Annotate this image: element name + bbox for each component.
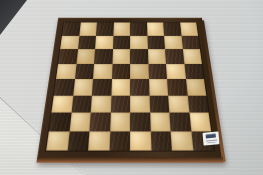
photo-scene — [0, 0, 263, 175]
square-c7 — [95, 35, 113, 49]
square-g6 — [164, 49, 183, 63]
chessboard — [37, 17, 223, 158]
square-e8 — [130, 22, 147, 35]
square-h6 — [182, 49, 201, 63]
square-c5 — [93, 63, 112, 78]
square-h3 — [187, 95, 208, 112]
square-f4 — [148, 79, 168, 95]
square-h5 — [183, 63, 203, 78]
square-d7 — [112, 35, 129, 49]
square-g2 — [169, 112, 191, 130]
sticker-text-line — [207, 141, 215, 143]
board-shadow — [0, 0, 263, 175]
sticker-logo-mark — [206, 133, 216, 138]
square-g8 — [163, 22, 181, 35]
square-b6 — [76, 49, 95, 63]
lot-sticker — [202, 131, 219, 145]
square-d8 — [112, 22, 129, 35]
square-e1 — [130, 130, 151, 150]
square-a3 — [51, 95, 72, 112]
square-c8 — [95, 22, 112, 35]
square-d3 — [110, 95, 130, 112]
square-h8 — [179, 22, 197, 35]
square-b1 — [67, 130, 89, 150]
square-a6 — [58, 49, 77, 63]
square-e6 — [130, 49, 148, 63]
square-e2 — [130, 112, 150, 130]
square-f5 — [147, 63, 166, 78]
square-f1 — [150, 130, 172, 150]
square-a4 — [53, 79, 74, 95]
square-g5 — [165, 63, 185, 78]
square-c4 — [91, 79, 111, 95]
square-f8 — [146, 22, 163, 35]
square-b8 — [78, 22, 96, 35]
square-d1 — [109, 130, 130, 150]
square-b7 — [77, 35, 95, 49]
square-f7 — [147, 35, 165, 49]
square-f2 — [149, 112, 170, 130]
square-e3 — [130, 95, 150, 112]
square-h7 — [181, 35, 200, 49]
chessboard-squares — [46, 22, 214, 150]
square-d2 — [109, 112, 129, 130]
square-g3 — [168, 95, 189, 112]
square-c6 — [94, 49, 112, 63]
square-d4 — [110, 79, 129, 95]
square-a5 — [56, 63, 76, 78]
square-h2 — [188, 112, 210, 130]
square-e7 — [130, 35, 147, 49]
square-a1 — [46, 130, 69, 150]
square-c2 — [89, 112, 110, 130]
square-a7 — [60, 35, 79, 49]
square-b3 — [71, 95, 92, 112]
square-g1 — [170, 130, 192, 150]
square-f6 — [147, 49, 165, 63]
square-g7 — [164, 35, 182, 49]
square-b4 — [72, 79, 92, 95]
square-g4 — [167, 79, 187, 95]
square-c3 — [90, 95, 110, 112]
square-a8 — [61, 22, 79, 35]
square-b5 — [74, 63, 94, 78]
square-d6 — [112, 49, 130, 63]
square-e4 — [130, 79, 149, 95]
square-b2 — [69, 112, 91, 130]
square-f3 — [149, 95, 169, 112]
square-h4 — [185, 79, 206, 95]
square-e5 — [130, 63, 149, 78]
square-c1 — [88, 130, 110, 150]
square-a2 — [48, 112, 70, 130]
square-d5 — [111, 63, 130, 78]
